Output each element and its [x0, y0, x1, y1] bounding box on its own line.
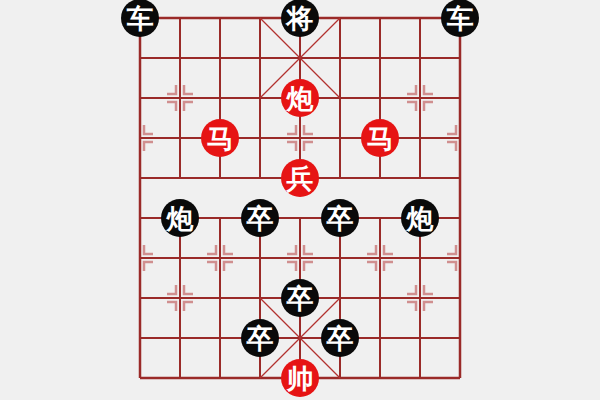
piece-red-soldier[interactable]: 兵 [281, 159, 319, 197]
piece-black-soldier[interactable]: 卒 [241, 319, 279, 357]
piece-black-cannon[interactable]: 炮 [401, 199, 439, 237]
piece-red-general[interactable]: 帅 [281, 359, 319, 397]
piece-black-soldier[interactable]: 卒 [241, 199, 279, 237]
piece-red-horse[interactable]: 马 [361, 119, 399, 157]
pieces-layer: 车将车炮马马兵炮卒卒炮卒卒卒帅 [120, 0, 480, 398]
piece-red-cannon[interactable]: 炮 [281, 79, 319, 117]
piece-black-soldier[interactable]: 卒 [281, 279, 319, 317]
piece-black-soldier[interactable]: 卒 [321, 199, 359, 237]
screenshot-stage: 车将车炮马马兵炮卒卒炮卒卒卒帅 [0, 0, 600, 400]
piece-black-general[interactable]: 将 [281, 0, 319, 37]
piece-black-cannon[interactable]: 炮 [161, 199, 199, 237]
piece-black-chariot[interactable]: 车 [441, 0, 479, 37]
piece-red-horse[interactable]: 马 [201, 119, 239, 157]
xiangqi-board: 车将车炮马马兵炮卒卒炮卒卒卒帅 [0, 0, 600, 400]
piece-black-soldier[interactable]: 卒 [321, 319, 359, 357]
piece-black-chariot[interactable]: 车 [121, 0, 159, 37]
